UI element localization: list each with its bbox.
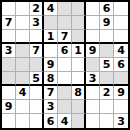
cell-r8c1[interactable]: 9 — [2, 100, 16, 114]
cell-r4c3[interactable]: 7 — [30, 44, 44, 58]
cell-r7c2[interactable]: 4 — [16, 86, 30, 100]
cell-r2c2[interactable] — [16, 16, 30, 30]
cell-r2c4[interactable] — [44, 16, 58, 30]
cell-r8c5[interactable] — [58, 100, 72, 114]
given-digit: 4 — [19, 87, 27, 98]
cell-r5c8[interactable]: 5 — [100, 58, 114, 72]
cell-r8c3[interactable] — [30, 100, 44, 114]
given-digit: 1 — [47, 31, 55, 42]
given-digit: 7 — [32, 45, 40, 56]
given-digit: 5 — [103, 59, 111, 70]
cell-r6c5[interactable] — [58, 72, 72, 86]
given-digit: 9 — [5, 101, 13, 112]
cell-r1c4[interactable]: 4 — [44, 2, 58, 16]
cell-r1c3[interactable]: 2 — [30, 2, 44, 16]
cell-r2c5[interactable] — [58, 16, 72, 30]
cell-r9c4[interactable]: 6 — [44, 114, 58, 128]
cell-r3c8[interactable] — [100, 30, 114, 44]
cell-r3c5[interactable]: 7 — [58, 30, 72, 44]
cell-r4c8[interactable] — [100, 44, 114, 58]
cell-r9c9[interactable]: 3 — [114, 114, 128, 128]
cell-r3c6[interactable] — [72, 30, 86, 44]
cell-r7c8[interactable]: 2 — [100, 86, 114, 100]
cell-r2c7[interactable] — [86, 16, 100, 30]
cell-r6c3[interactable]: 5 — [30, 72, 44, 86]
given-digit: 6 — [61, 45, 69, 56]
cell-r4c2[interactable] — [16, 44, 30, 58]
cell-r2c3[interactable]: 3 — [30, 16, 44, 30]
cell-r3c2[interactable] — [16, 30, 30, 44]
given-digit: 4 — [47, 3, 55, 14]
cell-r1c1[interactable] — [2, 2, 16, 16]
given-digit: 3 — [32, 17, 40, 28]
given-digit: 3 — [117, 116, 125, 127]
cell-r1c5[interactable] — [58, 2, 72, 16]
cell-r7c9[interactable]: 9 — [114, 86, 128, 100]
cell-r6c1[interactable] — [2, 72, 16, 86]
cell-r2c1[interactable]: 7 — [2, 16, 16, 30]
cell-r2c8[interactable]: 9 — [100, 16, 114, 30]
cell-r8c4[interactable]: 3 — [44, 100, 58, 114]
given-digit: 5 — [32, 73, 40, 84]
cell-r3c4[interactable]: 1 — [44, 30, 58, 44]
cell-r4c6[interactable]: 1 — [72, 44, 86, 58]
given-digit: 3 — [5, 45, 13, 56]
cell-r5c4[interactable]: 9 — [44, 58, 58, 72]
cell-r5c9[interactable]: 6 — [114, 58, 128, 72]
cell-r6c8[interactable] — [100, 72, 114, 86]
cell-r6c4[interactable]: 8 — [44, 72, 58, 86]
cell-r5c6[interactable] — [72, 58, 86, 72]
cell-r2c9[interactable] — [114, 16, 128, 30]
cell-r1c6[interactable] — [72, 2, 86, 16]
cell-r4c4[interactable] — [44, 44, 58, 58]
cell-r9c3[interactable] — [30, 114, 44, 128]
cell-r3c1[interactable] — [2, 30, 16, 44]
cell-r9c1[interactable] — [2, 114, 16, 128]
cell-r6c2[interactable] — [16, 72, 30, 86]
cell-r1c2[interactable] — [16, 2, 30, 16]
cell-r5c3[interactable] — [30, 58, 44, 72]
cell-r7c5[interactable] — [58, 86, 72, 100]
given-digit: 9 — [117, 87, 125, 98]
given-digit: 2 — [32, 3, 40, 14]
given-digit: 3 — [89, 73, 97, 84]
cell-r7c3[interactable] — [30, 86, 44, 100]
given-digit: 8 — [74, 87, 82, 98]
cell-r9c6[interactable] — [72, 114, 86, 128]
given-digit: 6 — [103, 3, 111, 14]
cell-r7c7[interactable] — [86, 86, 100, 100]
given-digit: 6 — [117, 59, 125, 70]
given-digit: 6 — [47, 116, 55, 127]
cell-r8c8[interactable] — [100, 100, 114, 114]
cell-r8c6[interactable] — [72, 100, 86, 114]
given-digit: 7 — [5, 17, 13, 28]
cell-r8c9[interactable] — [114, 100, 128, 114]
sudoku-board: 246739173761949565834782993643 — [0, 0, 130, 130]
cell-r1c7[interactable] — [86, 2, 100, 16]
given-digit: 4 — [61, 116, 69, 127]
cell-r7c1[interactable] — [2, 86, 16, 100]
cell-r1c9[interactable] — [114, 2, 128, 16]
cell-r9c2[interactable] — [16, 114, 30, 128]
cell-r9c5[interactable]: 4 — [58, 114, 72, 128]
cell-r5c2[interactable] — [16, 58, 30, 72]
cell-r4c9[interactable]: 4 — [114, 44, 128, 58]
cell-r4c5[interactable]: 6 — [58, 44, 72, 58]
cell-r8c7[interactable] — [86, 100, 100, 114]
cell-r3c7[interactable] — [86, 30, 100, 44]
cell-r9c8[interactable] — [100, 114, 114, 128]
cell-r7c4[interactable]: 7 — [44, 86, 58, 100]
cell-r3c3[interactable] — [30, 30, 44, 44]
given-digit: 7 — [47, 87, 55, 98]
cell-r2c6[interactable] — [72, 16, 86, 30]
cell-r4c7[interactable]: 9 — [86, 44, 100, 58]
given-digit: 3 — [47, 101, 55, 112]
cell-r8c2[interactable] — [16, 100, 30, 114]
cell-r9c7[interactable] — [86, 114, 100, 128]
cell-r3c9[interactable] — [114, 30, 128, 44]
cell-r6c7[interactable]: 3 — [86, 72, 100, 86]
cell-r6c9[interactable] — [114, 72, 128, 86]
given-digit: 7 — [61, 31, 69, 42]
given-digit: 8 — [47, 73, 55, 84]
cell-r5c5[interactable] — [58, 58, 72, 72]
cell-r1c8[interactable]: 6 — [100, 2, 114, 16]
cell-r5c7[interactable] — [86, 58, 100, 72]
cell-r4c1[interactable]: 3 — [2, 44, 16, 58]
cell-r7c6[interactable]: 8 — [72, 86, 86, 100]
given-digit: 1 — [74, 45, 82, 56]
given-digit: 4 — [117, 45, 125, 56]
cell-r6c6[interactable] — [72, 72, 86, 86]
cell-r5c1[interactable] — [2, 58, 16, 72]
given-digit: 2 — [103, 87, 111, 98]
given-digit: 9 — [47, 59, 55, 70]
given-digit: 9 — [103, 17, 111, 28]
given-digit: 9 — [89, 45, 97, 56]
